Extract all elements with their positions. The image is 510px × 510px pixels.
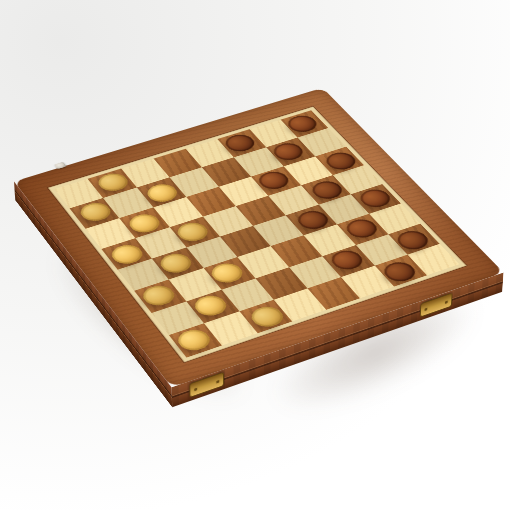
light-piece[interactable] [138,283,178,309]
light-piece-surface [173,220,212,244]
dark-piece[interactable] [393,228,433,252]
perspective-container [0,0,510,510]
light-piece-surface [207,261,247,286]
light-piece[interactable] [207,261,247,286]
light-piece[interactable] [156,251,196,276]
light-piece[interactable] [173,327,215,354]
light-piece[interactable] [107,242,147,267]
checkers-board [15,106,502,407]
light-piece[interactable] [173,220,212,244]
latch-pin [54,162,67,169]
photo-canvas [0,0,510,510]
light-piece-surface [107,242,147,267]
board-frame [14,88,504,388]
